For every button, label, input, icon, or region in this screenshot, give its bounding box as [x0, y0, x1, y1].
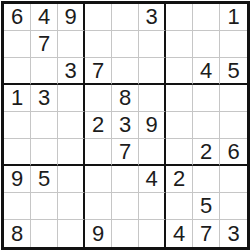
cell-r5c7[interactable]	[166, 112, 193, 139]
cell-r4c8[interactable]	[193, 85, 220, 112]
given-digit: 4	[173, 223, 185, 245]
cell-r7c4[interactable]	[85, 166, 112, 193]
cell-r5c5: 3	[112, 112, 139, 139]
cell-r3c5[interactable]	[112, 58, 139, 85]
cell-r1c1: 6	[4, 4, 31, 31]
cell-r3c3: 3	[58, 58, 85, 85]
cell-r8c3[interactable]	[58, 193, 85, 220]
cell-r6c3[interactable]	[58, 139, 85, 166]
cell-r4c2: 3	[31, 85, 58, 112]
given-digit: 3	[227, 223, 239, 245]
cell-r6c9: 6	[220, 139, 247, 166]
cell-r5c8[interactable]	[193, 112, 220, 139]
cell-r2c1[interactable]	[4, 31, 31, 58]
cell-r1c3: 9	[58, 4, 85, 31]
given-digit: 5	[227, 60, 239, 82]
given-digit: 7	[200, 223, 212, 245]
given-digit: 7	[92, 60, 104, 82]
sudoku-board: 64931737451382397269542589473	[1, 1, 250, 250]
cell-r9c9: 3	[220, 220, 247, 247]
cell-r9c3[interactable]	[58, 220, 85, 247]
cell-r3c9: 5	[220, 58, 247, 85]
cell-r7c3[interactable]	[58, 166, 85, 193]
cell-r2c7[interactable]	[166, 31, 193, 58]
given-digit: 7	[119, 141, 131, 163]
given-digit: 2	[173, 168, 185, 190]
cell-r5c2[interactable]	[31, 112, 58, 139]
cell-r1c6: 3	[139, 4, 166, 31]
cell-r2c3[interactable]	[58, 31, 85, 58]
cell-r4c7[interactable]	[166, 85, 193, 112]
cell-r4c1: 1	[4, 85, 31, 112]
cell-r3c4: 7	[85, 58, 112, 85]
cell-r3c2[interactable]	[31, 58, 58, 85]
given-digit: 3	[38, 87, 50, 109]
cell-r5c6: 9	[139, 112, 166, 139]
cell-r9c7: 4	[166, 220, 193, 247]
cell-r6c8: 2	[193, 139, 220, 166]
cell-r3c7[interactable]	[166, 58, 193, 85]
cell-r9c1: 8	[4, 220, 31, 247]
cell-r6c2[interactable]	[31, 139, 58, 166]
given-digit: 8	[11, 223, 23, 245]
cell-r6c6[interactable]	[139, 139, 166, 166]
given-digit: 6	[227, 141, 239, 163]
given-digit: 3	[119, 114, 131, 136]
given-digit: 9	[92, 223, 104, 245]
cell-r1c2: 4	[31, 4, 58, 31]
cell-r2c8[interactable]	[193, 31, 220, 58]
cell-r9c5[interactable]	[112, 220, 139, 247]
cell-r6c4[interactable]	[85, 139, 112, 166]
given-digit: 1	[11, 87, 23, 109]
cell-r6c1[interactable]	[4, 139, 31, 166]
cell-r1c8[interactable]	[193, 4, 220, 31]
given-digit: 9	[145, 114, 157, 136]
cell-r1c5[interactable]	[112, 4, 139, 31]
given-digit: 1	[227, 6, 239, 28]
cell-r9c2[interactable]	[31, 220, 58, 247]
cell-r4c6[interactable]	[139, 85, 166, 112]
cell-r6c7[interactable]	[166, 139, 193, 166]
cell-r4c5: 8	[112, 85, 139, 112]
cell-r8c6[interactable]	[139, 193, 166, 220]
cell-r7c9[interactable]	[220, 166, 247, 193]
given-digit: 5	[38, 168, 50, 190]
cell-r2c4[interactable]	[85, 31, 112, 58]
cell-r1c4[interactable]	[85, 4, 112, 31]
cell-r8c5[interactable]	[112, 193, 139, 220]
given-digit: 3	[145, 6, 157, 28]
cell-r3c1[interactable]	[4, 58, 31, 85]
given-digit: 2	[92, 114, 104, 136]
cell-r3c8: 4	[193, 58, 220, 85]
cell-r4c9[interactable]	[220, 85, 247, 112]
cell-r8c8: 5	[193, 193, 220, 220]
cell-r8c9[interactable]	[220, 193, 247, 220]
cell-r4c3[interactable]	[58, 85, 85, 112]
given-digit: 8	[119, 87, 131, 109]
given-digit: 2	[200, 141, 212, 163]
cell-r2c9[interactable]	[220, 31, 247, 58]
given-digit: 7	[38, 33, 50, 55]
cell-r9c6[interactable]	[139, 220, 166, 247]
cell-r9c8: 7	[193, 220, 220, 247]
cell-r8c1[interactable]	[4, 193, 31, 220]
cell-r7c7: 2	[166, 166, 193, 193]
cell-r4c4[interactable]	[85, 85, 112, 112]
cell-r8c2[interactable]	[31, 193, 58, 220]
cell-r5c3[interactable]	[58, 112, 85, 139]
cell-r7c5[interactable]	[112, 166, 139, 193]
cell-r2c5[interactable]	[112, 31, 139, 58]
cell-r3c6[interactable]	[139, 58, 166, 85]
cell-r8c4[interactable]	[85, 193, 112, 220]
cell-r1c9: 1	[220, 4, 247, 31]
cell-r2c2: 7	[31, 31, 58, 58]
given-digit: 3	[64, 60, 76, 82]
given-digit: 4	[145, 168, 157, 190]
cell-r2c6[interactable]	[139, 31, 166, 58]
cell-r5c9[interactable]	[220, 112, 247, 139]
cell-r7c8[interactable]	[193, 166, 220, 193]
given-digit: 9	[64, 6, 76, 28]
given-digit: 4	[200, 60, 212, 82]
cell-r6c5: 7	[112, 139, 139, 166]
given-digit: 4	[38, 6, 50, 28]
cell-r7c2: 5	[31, 166, 58, 193]
given-digit: 5	[200, 195, 212, 217]
given-digit: 6	[11, 6, 23, 28]
cell-r1c7[interactable]	[166, 4, 193, 31]
cell-r9c4: 9	[85, 220, 112, 247]
cell-r5c4: 2	[85, 112, 112, 139]
cell-r5c1[interactable]	[4, 112, 31, 139]
given-digit: 9	[11, 168, 23, 190]
cell-r8c7[interactable]	[166, 193, 193, 220]
cell-r7c6: 4	[139, 166, 166, 193]
cell-r7c1: 9	[4, 166, 31, 193]
